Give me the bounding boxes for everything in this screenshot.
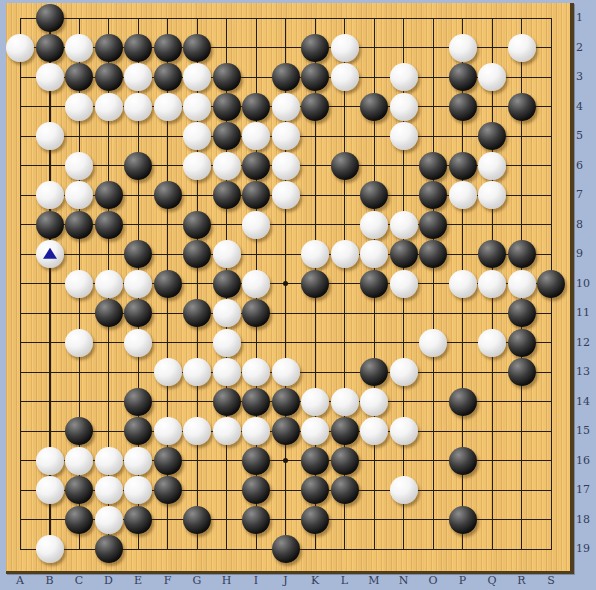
intersection-L8[interactable] (330, 210, 360, 240)
intersection-A8[interactable] (5, 210, 35, 240)
intersection-O19[interactable] (418, 534, 448, 564)
intersection-P4[interactable] (448, 92, 478, 122)
intersection-I12[interactable] (241, 328, 271, 358)
intersection-J11[interactable] (271, 298, 301, 328)
intersection-L11[interactable] (330, 298, 360, 328)
intersection-I3[interactable] (241, 62, 271, 92)
intersection-D16[interactable] (94, 446, 124, 476)
intersection-F7[interactable] (153, 180, 183, 210)
intersection-C5[interactable] (64, 121, 94, 151)
intersection-I8[interactable] (241, 210, 271, 240)
intersection-G2[interactable] (182, 33, 212, 63)
intersection-K11[interactable] (300, 298, 330, 328)
intersection-J3[interactable] (271, 62, 301, 92)
intersection-E7[interactable] (123, 180, 153, 210)
intersection-E5[interactable] (123, 121, 153, 151)
intersection-F4[interactable] (153, 92, 183, 122)
intersection-H6[interactable] (212, 151, 242, 181)
intersection-B12[interactable] (35, 328, 65, 358)
intersection-A16[interactable] (5, 446, 35, 476)
intersection-Q17[interactable] (477, 475, 507, 505)
intersection-A6[interactable] (5, 151, 35, 181)
intersection-G12[interactable] (182, 328, 212, 358)
intersection-B13[interactable] (35, 357, 65, 387)
intersection-C17[interactable] (64, 475, 94, 505)
intersection-R13[interactable] (507, 357, 537, 387)
intersection-G8[interactable] (182, 210, 212, 240)
intersection-Q18[interactable] (477, 505, 507, 535)
intersection-C3[interactable] (64, 62, 94, 92)
intersection-N2[interactable] (389, 33, 419, 63)
intersection-E13[interactable] (123, 357, 153, 387)
intersection-B2[interactable] (35, 33, 65, 63)
intersection-J14[interactable] (271, 387, 301, 417)
intersection-E9[interactable] (123, 239, 153, 269)
intersection-D17[interactable] (94, 475, 124, 505)
intersection-M10[interactable] (359, 269, 389, 299)
intersection-L1[interactable] (330, 3, 360, 33)
intersection-B3[interactable] (35, 62, 65, 92)
intersection-F5[interactable] (153, 121, 183, 151)
intersection-S11[interactable] (536, 298, 566, 328)
intersection-I14[interactable] (241, 387, 271, 417)
intersection-M3[interactable] (359, 62, 389, 92)
intersection-C19[interactable] (64, 534, 94, 564)
intersection-K13[interactable] (300, 357, 330, 387)
intersection-K2[interactable] (300, 33, 330, 63)
intersection-B9[interactable] (35, 239, 65, 269)
intersection-G19[interactable] (182, 534, 212, 564)
intersection-A5[interactable] (5, 121, 35, 151)
intersection-M12[interactable] (359, 328, 389, 358)
intersection-Q13[interactable] (477, 357, 507, 387)
intersection-L9[interactable] (330, 239, 360, 269)
intersection-O4[interactable] (418, 92, 448, 122)
intersection-P19[interactable] (448, 534, 478, 564)
intersection-B17[interactable] (35, 475, 65, 505)
intersection-F19[interactable] (153, 534, 183, 564)
intersection-I7[interactable] (241, 180, 271, 210)
intersection-S7[interactable] (536, 180, 566, 210)
intersection-I11[interactable] (241, 298, 271, 328)
intersection-G5[interactable] (182, 121, 212, 151)
intersection-B11[interactable] (35, 298, 65, 328)
intersection-B8[interactable] (35, 210, 65, 240)
intersection-D11[interactable] (94, 298, 124, 328)
intersection-N18[interactable] (389, 505, 419, 535)
intersection-B6[interactable] (35, 151, 65, 181)
go-board[interactable] (6, 3, 574, 574)
intersection-C11[interactable] (64, 298, 94, 328)
intersection-A1[interactable] (5, 3, 35, 33)
intersection-E4[interactable] (123, 92, 153, 122)
intersection-H11[interactable] (212, 298, 242, 328)
intersection-B7[interactable] (35, 180, 65, 210)
intersection-N9[interactable] (389, 239, 419, 269)
intersection-I13[interactable] (241, 357, 271, 387)
intersection-S10[interactable] (536, 269, 566, 299)
intersection-F10[interactable] (153, 269, 183, 299)
intersection-D19[interactable] (94, 534, 124, 564)
intersection-N19[interactable] (389, 534, 419, 564)
intersection-S4[interactable] (536, 92, 566, 122)
intersection-O17[interactable] (418, 475, 448, 505)
intersection-Q6[interactable] (477, 151, 507, 181)
intersection-E15[interactable] (123, 416, 153, 446)
intersection-H9[interactable] (212, 239, 242, 269)
intersection-S2[interactable] (536, 33, 566, 63)
intersection-J13[interactable] (271, 357, 301, 387)
intersection-K16[interactable] (300, 446, 330, 476)
intersection-I19[interactable] (241, 534, 271, 564)
intersection-M15[interactable] (359, 416, 389, 446)
intersection-I10[interactable] (241, 269, 271, 299)
intersection-L14[interactable] (330, 387, 360, 417)
intersection-D12[interactable] (94, 328, 124, 358)
intersection-L17[interactable] (330, 475, 360, 505)
intersection-J4[interactable] (271, 92, 301, 122)
intersection-G14[interactable] (182, 387, 212, 417)
intersection-S17[interactable] (536, 475, 566, 505)
intersection-J10[interactable] (271, 269, 301, 299)
intersection-A13[interactable] (5, 357, 35, 387)
intersection-D6[interactable] (94, 151, 124, 181)
intersection-I1[interactable] (241, 3, 271, 33)
intersection-N4[interactable] (389, 92, 419, 122)
intersection-N14[interactable] (389, 387, 419, 417)
intersection-D8[interactable] (94, 210, 124, 240)
intersection-M9[interactable] (359, 239, 389, 269)
intersection-D1[interactable] (94, 3, 124, 33)
intersection-P9[interactable] (448, 239, 478, 269)
intersection-I2[interactable] (241, 33, 271, 63)
intersection-Q8[interactable] (477, 210, 507, 240)
intersection-Q11[interactable] (477, 298, 507, 328)
intersection-N13[interactable] (389, 357, 419, 387)
intersection-D4[interactable] (94, 92, 124, 122)
intersection-E17[interactable] (123, 475, 153, 505)
intersection-D2[interactable] (94, 33, 124, 63)
intersection-M17[interactable] (359, 475, 389, 505)
intersection-B1[interactable] (35, 3, 65, 33)
intersection-C7[interactable] (64, 180, 94, 210)
intersection-H5[interactable] (212, 121, 242, 151)
intersection-M7[interactable] (359, 180, 389, 210)
intersection-O13[interactable] (418, 357, 448, 387)
intersection-B16[interactable] (35, 446, 65, 476)
intersection-A7[interactable] (5, 180, 35, 210)
intersection-F17[interactable] (153, 475, 183, 505)
intersection-K12[interactable] (300, 328, 330, 358)
intersection-O18[interactable] (418, 505, 448, 535)
intersection-Q5[interactable] (477, 121, 507, 151)
intersection-L3[interactable] (330, 62, 360, 92)
intersection-J2[interactable] (271, 33, 301, 63)
intersection-D5[interactable] (94, 121, 124, 151)
intersection-O15[interactable] (418, 416, 448, 446)
intersection-D15[interactable] (94, 416, 124, 446)
intersection-E11[interactable] (123, 298, 153, 328)
intersection-R17[interactable] (507, 475, 537, 505)
intersection-N17[interactable] (389, 475, 419, 505)
intersection-K15[interactable] (300, 416, 330, 446)
intersection-L12[interactable] (330, 328, 360, 358)
intersection-L4[interactable] (330, 92, 360, 122)
intersection-J8[interactable] (271, 210, 301, 240)
intersection-G7[interactable] (182, 180, 212, 210)
intersection-H8[interactable] (212, 210, 242, 240)
intersection-C9[interactable] (64, 239, 94, 269)
intersection-Q4[interactable] (477, 92, 507, 122)
intersection-S8[interactable] (536, 210, 566, 240)
intersection-I15[interactable] (241, 416, 271, 446)
intersection-A14[interactable] (5, 387, 35, 417)
intersection-E6[interactable] (123, 151, 153, 181)
intersection-B18[interactable] (35, 505, 65, 535)
intersection-S16[interactable] (536, 446, 566, 476)
intersection-C12[interactable] (64, 328, 94, 358)
intersection-K3[interactable] (300, 62, 330, 92)
intersection-L16[interactable] (330, 446, 360, 476)
intersection-P6[interactable] (448, 151, 478, 181)
intersection-N3[interactable] (389, 62, 419, 92)
intersection-O2[interactable] (418, 33, 448, 63)
intersection-N16[interactable] (389, 446, 419, 476)
intersection-P7[interactable] (448, 180, 478, 210)
intersection-B4[interactable] (35, 92, 65, 122)
intersection-O7[interactable] (418, 180, 448, 210)
intersection-H3[interactable] (212, 62, 242, 92)
intersection-H17[interactable] (212, 475, 242, 505)
intersection-E14[interactable] (123, 387, 153, 417)
intersection-S9[interactable] (536, 239, 566, 269)
intersection-G11[interactable] (182, 298, 212, 328)
intersection-C18[interactable] (64, 505, 94, 535)
intersection-Q9[interactable] (477, 239, 507, 269)
intersection-H13[interactable] (212, 357, 242, 387)
intersection-G18[interactable] (182, 505, 212, 535)
intersection-P2[interactable] (448, 33, 478, 63)
intersection-N8[interactable] (389, 210, 419, 240)
intersection-P11[interactable] (448, 298, 478, 328)
intersection-D10[interactable] (94, 269, 124, 299)
intersection-R16[interactable] (507, 446, 537, 476)
intersection-O16[interactable] (418, 446, 448, 476)
intersection-O5[interactable] (418, 121, 448, 151)
intersection-H10[interactable] (212, 269, 242, 299)
intersection-B19[interactable] (35, 534, 65, 564)
intersection-N11[interactable] (389, 298, 419, 328)
intersection-H7[interactable] (212, 180, 242, 210)
intersection-F6[interactable] (153, 151, 183, 181)
intersection-J16[interactable] (271, 446, 301, 476)
intersection-H19[interactable] (212, 534, 242, 564)
intersection-R2[interactable] (507, 33, 537, 63)
intersection-F14[interactable] (153, 387, 183, 417)
intersection-H2[interactable] (212, 33, 242, 63)
intersection-B5[interactable] (35, 121, 65, 151)
intersection-A2[interactable] (5, 33, 35, 63)
intersection-E18[interactable] (123, 505, 153, 535)
intersection-R15[interactable] (507, 416, 537, 446)
intersection-L7[interactable] (330, 180, 360, 210)
intersection-E8[interactable] (123, 210, 153, 240)
intersection-D14[interactable] (94, 387, 124, 417)
intersection-F2[interactable] (153, 33, 183, 63)
intersection-L19[interactable] (330, 534, 360, 564)
intersection-C13[interactable] (64, 357, 94, 387)
intersection-R5[interactable] (507, 121, 537, 151)
intersection-M13[interactable] (359, 357, 389, 387)
intersection-D13[interactable] (94, 357, 124, 387)
intersection-G10[interactable] (182, 269, 212, 299)
intersection-F18[interactable] (153, 505, 183, 535)
intersection-C10[interactable] (64, 269, 94, 299)
intersection-R4[interactable] (507, 92, 537, 122)
intersection-A4[interactable] (5, 92, 35, 122)
intersection-Q7[interactable] (477, 180, 507, 210)
intersection-Q2[interactable] (477, 33, 507, 63)
intersection-Q12[interactable] (477, 328, 507, 358)
intersection-F16[interactable] (153, 446, 183, 476)
intersection-F15[interactable] (153, 416, 183, 446)
intersection-S19[interactable] (536, 534, 566, 564)
intersection-A9[interactable] (5, 239, 35, 269)
intersection-K10[interactable] (300, 269, 330, 299)
intersection-I4[interactable] (241, 92, 271, 122)
intersection-P18[interactable] (448, 505, 478, 535)
intersection-H14[interactable] (212, 387, 242, 417)
intersection-A15[interactable] (5, 416, 35, 446)
intersection-P10[interactable] (448, 269, 478, 299)
intersection-O8[interactable] (418, 210, 448, 240)
intersection-G16[interactable] (182, 446, 212, 476)
intersection-K1[interactable] (300, 3, 330, 33)
intersection-P12[interactable] (448, 328, 478, 358)
intersection-M11[interactable] (359, 298, 389, 328)
intersection-M2[interactable] (359, 33, 389, 63)
intersection-J6[interactable] (271, 151, 301, 181)
intersection-G15[interactable] (182, 416, 212, 446)
intersection-R19[interactable] (507, 534, 537, 564)
intersection-N12[interactable] (389, 328, 419, 358)
intersection-R11[interactable] (507, 298, 537, 328)
intersection-E2[interactable] (123, 33, 153, 63)
intersection-P8[interactable] (448, 210, 478, 240)
intersection-M4[interactable] (359, 92, 389, 122)
intersection-B10[interactable] (35, 269, 65, 299)
intersection-O1[interactable] (418, 3, 448, 33)
intersection-F1[interactable] (153, 3, 183, 33)
intersection-M6[interactable] (359, 151, 389, 181)
intersection-R8[interactable] (507, 210, 537, 240)
intersection-E19[interactable] (123, 534, 153, 564)
intersection-K14[interactable] (300, 387, 330, 417)
intersection-H4[interactable] (212, 92, 242, 122)
intersection-M18[interactable] (359, 505, 389, 535)
intersection-K18[interactable] (300, 505, 330, 535)
intersection-L5[interactable] (330, 121, 360, 151)
intersection-G9[interactable] (182, 239, 212, 269)
intersection-G17[interactable] (182, 475, 212, 505)
intersection-F12[interactable] (153, 328, 183, 358)
intersection-P1[interactable] (448, 3, 478, 33)
intersection-F9[interactable] (153, 239, 183, 269)
intersection-F3[interactable] (153, 62, 183, 92)
intersection-S6[interactable] (536, 151, 566, 181)
intersection-C14[interactable] (64, 387, 94, 417)
intersection-I9[interactable] (241, 239, 271, 269)
intersection-O10[interactable] (418, 269, 448, 299)
intersection-J17[interactable] (271, 475, 301, 505)
intersection-I16[interactable] (241, 446, 271, 476)
intersection-L15[interactable] (330, 416, 360, 446)
intersection-K8[interactable] (300, 210, 330, 240)
intersection-G13[interactable] (182, 357, 212, 387)
intersection-A10[interactable] (5, 269, 35, 299)
intersection-A17[interactable] (5, 475, 35, 505)
intersection-O14[interactable] (418, 387, 448, 417)
intersection-F11[interactable] (153, 298, 183, 328)
intersection-C16[interactable] (64, 446, 94, 476)
intersection-H1[interactable] (212, 3, 242, 33)
intersection-G3[interactable] (182, 62, 212, 92)
intersection-Q19[interactable] (477, 534, 507, 564)
intersection-G6[interactable] (182, 151, 212, 181)
intersection-Q3[interactable] (477, 62, 507, 92)
intersection-J5[interactable] (271, 121, 301, 151)
intersection-P15[interactable] (448, 416, 478, 446)
intersection-P5[interactable] (448, 121, 478, 151)
intersection-E12[interactable] (123, 328, 153, 358)
intersection-D7[interactable] (94, 180, 124, 210)
intersection-R6[interactable] (507, 151, 537, 181)
intersection-C8[interactable] (64, 210, 94, 240)
intersection-O3[interactable] (418, 62, 448, 92)
intersection-O9[interactable] (418, 239, 448, 269)
intersection-R18[interactable] (507, 505, 537, 535)
intersection-M1[interactable] (359, 3, 389, 33)
intersection-N1[interactable] (389, 3, 419, 33)
intersection-B15[interactable] (35, 416, 65, 446)
intersection-A18[interactable] (5, 505, 35, 535)
intersection-B14[interactable] (35, 387, 65, 417)
intersection-S3[interactable] (536, 62, 566, 92)
intersection-K4[interactable] (300, 92, 330, 122)
intersection-R12[interactable] (507, 328, 537, 358)
intersection-Q14[interactable] (477, 387, 507, 417)
intersection-I18[interactable] (241, 505, 271, 535)
intersection-I5[interactable] (241, 121, 271, 151)
intersection-S18[interactable] (536, 505, 566, 535)
intersection-R10[interactable] (507, 269, 537, 299)
intersection-K5[interactable] (300, 121, 330, 151)
intersection-O6[interactable] (418, 151, 448, 181)
intersection-I6[interactable] (241, 151, 271, 181)
intersection-C2[interactable] (64, 33, 94, 63)
intersection-S5[interactable] (536, 121, 566, 151)
intersection-L18[interactable] (330, 505, 360, 535)
intersection-N7[interactable] (389, 180, 419, 210)
intersection-A12[interactable] (5, 328, 35, 358)
intersection-K7[interactable] (300, 180, 330, 210)
intersection-E10[interactable] (123, 269, 153, 299)
intersection-A11[interactable] (5, 298, 35, 328)
intersection-D9[interactable] (94, 239, 124, 269)
intersection-L2[interactable] (330, 33, 360, 63)
intersection-J9[interactable] (271, 239, 301, 269)
intersection-G1[interactable] (182, 3, 212, 33)
